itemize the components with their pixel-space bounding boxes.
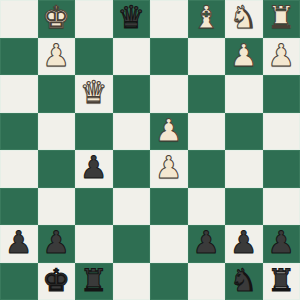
square-c1[interactable]: ♜ bbox=[75, 263, 113, 300]
square-a4[interactable] bbox=[0, 150, 38, 188]
square-c2[interactable] bbox=[75, 225, 113, 263]
square-d4[interactable] bbox=[113, 150, 151, 188]
square-b4[interactable] bbox=[38, 150, 76, 188]
square-h4[interactable] bbox=[263, 150, 301, 188]
square-h6[interactable] bbox=[263, 75, 301, 113]
square-f3[interactable] bbox=[188, 188, 226, 226]
square-d8[interactable]: ♛ bbox=[113, 0, 151, 38]
square-e6[interactable] bbox=[150, 75, 188, 113]
square-f7[interactable] bbox=[188, 38, 226, 76]
square-f8[interactable]: ♝ bbox=[188, 0, 226, 38]
square-a6[interactable] bbox=[0, 75, 38, 113]
square-e5[interactable]: ♟ bbox=[150, 113, 188, 151]
piece-white-pawn[interactable]: ♟ bbox=[42, 37, 70, 75]
square-b6[interactable] bbox=[38, 75, 76, 113]
square-c5[interactable] bbox=[75, 113, 113, 151]
square-b3[interactable] bbox=[38, 188, 76, 226]
square-g5[interactable] bbox=[225, 113, 263, 151]
square-e1[interactable] bbox=[150, 263, 188, 300]
square-c6[interactable]: ♛ bbox=[75, 75, 113, 113]
piece-black-queen[interactable]: ♛ bbox=[117, 0, 145, 37]
square-d6[interactable] bbox=[113, 75, 151, 113]
square-e3[interactable] bbox=[150, 188, 188, 226]
piece-black-pawn[interactable]: ♟ bbox=[192, 224, 220, 262]
square-g7[interactable]: ♟ bbox=[225, 38, 263, 76]
piece-white-pawn[interactable]: ♟ bbox=[155, 112, 183, 150]
piece-black-pawn[interactable]: ♟ bbox=[230, 224, 258, 262]
square-b5[interactable] bbox=[38, 113, 76, 151]
piece-black-pawn[interactable]: ♟ bbox=[5, 224, 33, 262]
piece-black-king[interactable]: ♚ bbox=[42, 262, 70, 300]
piece-white-pawn[interactable]: ♟ bbox=[230, 37, 258, 75]
square-d2[interactable] bbox=[113, 225, 151, 263]
square-f6[interactable] bbox=[188, 75, 226, 113]
square-g1[interactable]: ♞ bbox=[225, 263, 263, 300]
piece-white-bishop[interactable]: ♝ bbox=[192, 0, 220, 37]
square-a7[interactable] bbox=[0, 38, 38, 76]
piece-black-pawn[interactable]: ♟ bbox=[80, 149, 108, 187]
square-f1[interactable] bbox=[188, 263, 226, 300]
square-f4[interactable] bbox=[188, 150, 226, 188]
square-c7[interactable] bbox=[75, 38, 113, 76]
square-h7[interactable]: ♟ bbox=[263, 38, 301, 76]
piece-white-pawn[interactable]: ♟ bbox=[267, 37, 295, 75]
square-d3[interactable] bbox=[113, 188, 151, 226]
square-g4[interactable] bbox=[225, 150, 263, 188]
square-h5[interactable] bbox=[263, 113, 301, 151]
square-d1[interactable] bbox=[113, 263, 151, 300]
square-b1[interactable]: ♚ bbox=[38, 263, 76, 300]
piece-white-pawn[interactable]: ♟ bbox=[155, 149, 183, 187]
piece-black-knight[interactable]: ♞ bbox=[230, 262, 258, 300]
square-h1[interactable]: ♜ bbox=[263, 263, 301, 300]
square-e4[interactable]: ♟ bbox=[150, 150, 188, 188]
square-a8[interactable] bbox=[0, 0, 38, 38]
square-a3[interactable] bbox=[0, 188, 38, 226]
piece-black-pawn[interactable]: ♟ bbox=[42, 224, 70, 262]
square-g3[interactable] bbox=[225, 188, 263, 226]
square-f5[interactable] bbox=[188, 113, 226, 151]
square-h3[interactable] bbox=[263, 188, 301, 226]
piece-white-rook[interactable]: ♜ bbox=[267, 0, 295, 37]
square-a1[interactable] bbox=[0, 263, 38, 300]
square-e8[interactable] bbox=[150, 0, 188, 38]
square-b7[interactable]: ♟ bbox=[38, 38, 76, 76]
chess-board: ♚♛♝♞♜♟♟♟♛♟♟♟♟♟♟♟♟♚♜♞♜ bbox=[0, 0, 300, 300]
square-g2[interactable]: ♟ bbox=[225, 225, 263, 263]
square-e2[interactable] bbox=[150, 225, 188, 263]
square-a2[interactable]: ♟ bbox=[0, 225, 38, 263]
square-d5[interactable] bbox=[113, 113, 151, 151]
square-b2[interactable]: ♟ bbox=[38, 225, 76, 263]
piece-white-knight[interactable]: ♞ bbox=[230, 0, 258, 37]
square-d7[interactable] bbox=[113, 38, 151, 76]
piece-black-rook[interactable]: ♜ bbox=[267, 262, 295, 300]
square-f2[interactable]: ♟ bbox=[188, 225, 226, 263]
piece-white-queen[interactable]: ♛ bbox=[80, 74, 108, 112]
square-c3[interactable] bbox=[75, 188, 113, 226]
square-c4[interactable]: ♟ bbox=[75, 150, 113, 188]
square-b8[interactable]: ♚ bbox=[38, 0, 76, 38]
piece-black-rook[interactable]: ♜ bbox=[80, 262, 108, 300]
square-g8[interactable]: ♞ bbox=[225, 0, 263, 38]
piece-black-pawn[interactable]: ♟ bbox=[267, 224, 295, 262]
piece-white-king[interactable]: ♚ bbox=[42, 0, 70, 37]
square-e7[interactable] bbox=[150, 38, 188, 76]
square-a5[interactable] bbox=[0, 113, 38, 151]
square-h2[interactable]: ♟ bbox=[263, 225, 301, 263]
square-g6[interactable] bbox=[225, 75, 263, 113]
square-c8[interactable] bbox=[75, 0, 113, 38]
square-h8[interactable]: ♜ bbox=[263, 0, 301, 38]
